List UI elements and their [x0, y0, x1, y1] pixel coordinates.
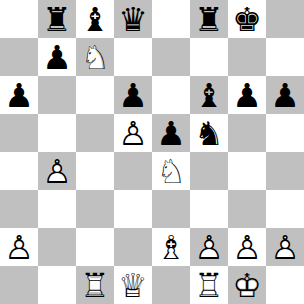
- square-g7[interactable]: [228, 38, 266, 76]
- white-pawn-piece[interactable]: ♟♙: [0, 228, 38, 266]
- square-g5[interactable]: [228, 114, 266, 152]
- square-f8[interactable]: ♜: [190, 0, 228, 38]
- white-bishop-piece[interactable]: ♝♗: [152, 228, 190, 266]
- square-e5[interactable]: ♟: [152, 114, 190, 152]
- square-g8[interactable]: ♚: [228, 0, 266, 38]
- square-f7[interactable]: [190, 38, 228, 76]
- black-queen-fill-glyph: ♛: [114, 0, 152, 38]
- white-knight-outline-glyph: ♘: [76, 38, 114, 76]
- white-queen-piece[interactable]: ♛♕: [114, 266, 152, 304]
- black-pawn-piece[interactable]: ♟: [38, 38, 76, 76]
- white-pawn-piece[interactable]: ♟♙: [38, 152, 76, 190]
- square-d7[interactable]: [114, 38, 152, 76]
- white-king-piece[interactable]: ♚♔: [228, 266, 266, 304]
- square-d1[interactable]: ♛♕: [114, 266, 152, 304]
- square-e1[interactable]: [152, 266, 190, 304]
- black-rook-piece[interactable]: ♜: [190, 0, 228, 38]
- square-h4[interactable]: [266, 152, 304, 190]
- square-d8[interactable]: ♛: [114, 0, 152, 38]
- square-h2[interactable]: ♟♙: [266, 228, 304, 266]
- white-pawn-outline-glyph: ♙: [114, 114, 152, 152]
- white-king-outline-glyph: ♔: [228, 266, 266, 304]
- black-knight-fill-glyph: ♞: [190, 114, 228, 152]
- square-e7[interactable]: [152, 38, 190, 76]
- white-queen-outline-glyph: ♕: [114, 266, 152, 304]
- square-b7[interactable]: ♟: [38, 38, 76, 76]
- square-e8[interactable]: [152, 0, 190, 38]
- white-pawn-piece[interactable]: ♟♙: [266, 228, 304, 266]
- square-f5[interactable]: ♞: [190, 114, 228, 152]
- black-knight-piece[interactable]: ♞: [190, 114, 228, 152]
- square-f3[interactable]: [190, 190, 228, 228]
- black-pawn-fill-glyph: ♟: [266, 76, 304, 114]
- square-h7[interactable]: [266, 38, 304, 76]
- black-pawn-piece[interactable]: ♟: [152, 114, 190, 152]
- square-e4[interactable]: ♞♘: [152, 152, 190, 190]
- square-d6[interactable]: ♟: [114, 76, 152, 114]
- square-h1[interactable]: [266, 266, 304, 304]
- square-a7[interactable]: [0, 38, 38, 76]
- square-c6[interactable]: [76, 76, 114, 114]
- black-queen-piece[interactable]: ♛: [114, 0, 152, 38]
- square-b3[interactable]: [38, 190, 76, 228]
- white-bishop-outline-glyph: ♗: [152, 228, 190, 266]
- square-b8[interactable]: ♜: [38, 0, 76, 38]
- square-c1[interactable]: ♜♖: [76, 266, 114, 304]
- black-bishop-fill-glyph: ♝: [190, 76, 228, 114]
- square-a3[interactable]: [0, 190, 38, 228]
- square-d5[interactable]: ♟♙: [114, 114, 152, 152]
- black-king-piece[interactable]: ♚: [228, 0, 266, 38]
- chess-board: ♜♝♛♜♚♟♞♘♟♟♝♟♟♟♙♟♞♟♙♞♘♟♙♝♗♟♙♟♙♟♙♜♖♛♕♜♖♚♔: [0, 0, 304, 304]
- white-pawn-outline-glyph: ♙: [0, 228, 38, 266]
- square-c3[interactable]: [76, 190, 114, 228]
- square-a6[interactable]: ♟: [0, 76, 38, 114]
- square-a5[interactable]: [0, 114, 38, 152]
- black-bishop-piece[interactable]: ♝: [190, 76, 228, 114]
- white-pawn-outline-glyph: ♙: [38, 152, 76, 190]
- white-pawn-piece[interactable]: ♟♙: [228, 228, 266, 266]
- square-g3[interactable]: [228, 190, 266, 228]
- square-b6[interactable]: [38, 76, 76, 114]
- square-c5[interactable]: [76, 114, 114, 152]
- square-h5[interactable]: [266, 114, 304, 152]
- square-e2[interactable]: ♝♗: [152, 228, 190, 266]
- square-f6[interactable]: ♝: [190, 76, 228, 114]
- square-c4[interactable]: [76, 152, 114, 190]
- white-knight-outline-glyph: ♘: [152, 152, 190, 190]
- white-rook-outline-glyph: ♖: [76, 266, 114, 304]
- square-h6[interactable]: ♟: [266, 76, 304, 114]
- white-knight-piece[interactable]: ♞♘: [152, 152, 190, 190]
- white-pawn-piece[interactable]: ♟♙: [114, 114, 152, 152]
- black-pawn-fill-glyph: ♟: [38, 38, 76, 76]
- square-d2[interactable]: [114, 228, 152, 266]
- square-a1[interactable]: [0, 266, 38, 304]
- square-g2[interactable]: ♟♙: [228, 228, 266, 266]
- square-b1[interactable]: [38, 266, 76, 304]
- square-b4[interactable]: ♟♙: [38, 152, 76, 190]
- square-a4[interactable]: [0, 152, 38, 190]
- square-c7[interactable]: ♞♘: [76, 38, 114, 76]
- white-pawn-outline-glyph: ♙: [228, 228, 266, 266]
- black-king-fill-glyph: ♚: [228, 0, 266, 38]
- square-h8[interactable]: [266, 0, 304, 38]
- black-pawn-piece[interactable]: ♟: [0, 76, 38, 114]
- black-pawn-piece[interactable]: ♟: [266, 76, 304, 114]
- white-rook-piece[interactable]: ♜♖: [76, 266, 114, 304]
- black-rook-fill-glyph: ♜: [38, 0, 76, 38]
- square-a8[interactable]: [0, 0, 38, 38]
- white-pawn-piece[interactable]: ♟♙: [190, 228, 228, 266]
- black-pawn-fill-glyph: ♟: [0, 76, 38, 114]
- black-pawn-fill-glyph: ♟: [228, 76, 266, 114]
- square-a2[interactable]: ♟♙: [0, 228, 38, 266]
- white-pawn-outline-glyph: ♙: [266, 228, 304, 266]
- square-h3[interactable]: [266, 190, 304, 228]
- black-pawn-piece[interactable]: ♟: [228, 76, 266, 114]
- black-rook-fill-glyph: ♜: [190, 0, 228, 38]
- white-rook-piece[interactable]: ♜♖: [190, 266, 228, 304]
- square-c8[interactable]: ♝: [76, 0, 114, 38]
- black-pawn-piece[interactable]: ♟: [114, 76, 152, 114]
- white-knight-piece[interactable]: ♞♘: [76, 38, 114, 76]
- square-f1[interactable]: ♜♖: [190, 266, 228, 304]
- black-pawn-fill-glyph: ♟: [152, 114, 190, 152]
- square-b2[interactable]: [38, 228, 76, 266]
- square-g1[interactable]: ♚♔: [228, 266, 266, 304]
- square-d4[interactable]: [114, 152, 152, 190]
- square-f2[interactable]: ♟♙: [190, 228, 228, 266]
- square-d3[interactable]: [114, 190, 152, 228]
- white-pawn-outline-glyph: ♙: [190, 228, 228, 266]
- square-e3[interactable]: [152, 190, 190, 228]
- square-g4[interactable]: [228, 152, 266, 190]
- black-bishop-piece[interactable]: ♝: [76, 0, 114, 38]
- white-rook-outline-glyph: ♖: [190, 266, 228, 304]
- black-bishop-fill-glyph: ♝: [76, 0, 114, 38]
- square-b5[interactable]: [38, 114, 76, 152]
- black-rook-piece[interactable]: ♜: [38, 0, 76, 38]
- square-c2[interactable]: [76, 228, 114, 266]
- square-g6[interactable]: ♟: [228, 76, 266, 114]
- black-pawn-fill-glyph: ♟: [114, 76, 152, 114]
- square-f4[interactable]: [190, 152, 228, 190]
- square-e6[interactable]: [152, 76, 190, 114]
